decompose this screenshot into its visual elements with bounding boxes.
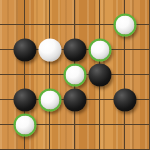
black-stone xyxy=(64,89,87,112)
white-stone xyxy=(39,39,62,62)
white-stone-winning xyxy=(14,114,37,137)
black-stone xyxy=(14,39,37,62)
black-stone xyxy=(89,64,112,87)
white-stone-winning xyxy=(64,64,87,87)
white-stone-winning xyxy=(39,89,62,112)
stones-layer xyxy=(0,0,150,150)
go-board[interactable] xyxy=(0,0,150,150)
black-stone xyxy=(114,89,137,112)
black-stone xyxy=(64,39,87,62)
black-stone xyxy=(14,89,37,112)
white-stone-winning xyxy=(114,14,137,37)
white-stone-winning xyxy=(89,39,112,62)
